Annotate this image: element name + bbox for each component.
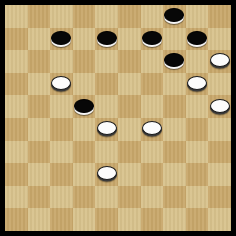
black-man[interactable] [51, 31, 71, 45]
board-square[interactable] [186, 5, 209, 28]
board-square[interactable] [208, 28, 231, 51]
board-square[interactable] [141, 5, 164, 28]
board-square[interactable] [28, 95, 51, 118]
board-square[interactable] [28, 208, 51, 231]
board-square[interactable] [73, 186, 96, 209]
board-square[interactable] [73, 118, 96, 141]
board-square[interactable] [118, 95, 141, 118]
board-square[interactable] [28, 73, 51, 96]
board-square[interactable] [118, 73, 141, 96]
board-square[interactable] [141, 95, 164, 118]
board-square[interactable] [73, 163, 96, 186]
board-square[interactable] [50, 50, 73, 73]
draughts-board-frame [0, 0, 236, 236]
board-square[interactable] [95, 50, 118, 73]
board-square[interactable] [95, 208, 118, 231]
board-square[interactable] [95, 118, 118, 141]
board-square[interactable] [50, 95, 73, 118]
board-square[interactable] [141, 50, 164, 73]
board-square[interactable] [28, 118, 51, 141]
board-square[interactable] [118, 163, 141, 186]
board-square[interactable] [118, 5, 141, 28]
white-man[interactable] [51, 76, 71, 90]
draughts-board [5, 5, 231, 231]
black-man[interactable] [164, 8, 184, 22]
black-man[interactable] [187, 31, 207, 45]
board-square[interactable] [73, 208, 96, 231]
board-square[interactable] [141, 28, 164, 51]
board-square[interactable] [50, 163, 73, 186]
board-square[interactable] [141, 141, 164, 164]
board-square[interactable] [95, 141, 118, 164]
board-square[interactable] [95, 163, 118, 186]
board-square[interactable] [5, 95, 28, 118]
board-square[interactable] [5, 5, 28, 28]
board-square[interactable] [5, 163, 28, 186]
board-square[interactable] [186, 141, 209, 164]
board-square[interactable] [5, 118, 28, 141]
board-square[interactable] [73, 5, 96, 28]
board-square[interactable] [141, 73, 164, 96]
board-square[interactable] [50, 141, 73, 164]
board-square[interactable] [208, 141, 231, 164]
board-square[interactable] [5, 50, 28, 73]
board-square[interactable] [141, 186, 164, 209]
board-square[interactable] [73, 50, 96, 73]
board-square[interactable] [95, 28, 118, 51]
board-square[interactable] [163, 208, 186, 231]
board-square[interactable] [50, 28, 73, 51]
board-square[interactable] [95, 95, 118, 118]
white-man[interactable] [97, 166, 117, 180]
board-square[interactable] [118, 50, 141, 73]
board-square[interactable] [73, 141, 96, 164]
board-square[interactable] [163, 95, 186, 118]
board-square[interactable] [28, 186, 51, 209]
board-square[interactable] [5, 141, 28, 164]
board-square[interactable] [50, 118, 73, 141]
board-square[interactable] [208, 186, 231, 209]
board-square[interactable] [5, 186, 28, 209]
board-square[interactable] [186, 186, 209, 209]
board-square[interactable] [163, 141, 186, 164]
board-square[interactable] [28, 5, 51, 28]
black-man[interactable] [97, 31, 117, 45]
board-square[interactable] [95, 73, 118, 96]
board-square[interactable] [163, 28, 186, 51]
white-man[interactable] [142, 121, 162, 135]
board-square[interactable] [73, 95, 96, 118]
white-man[interactable] [97, 121, 117, 135]
board-square[interactable] [186, 163, 209, 186]
white-man[interactable] [187, 76, 207, 90]
board-square[interactable] [163, 50, 186, 73]
board-square[interactable] [28, 141, 51, 164]
board-square[interactable] [208, 95, 231, 118]
board-square[interactable] [163, 118, 186, 141]
board-square[interactable] [50, 73, 73, 96]
board-square[interactable] [118, 118, 141, 141]
board-square[interactable] [50, 186, 73, 209]
board-square[interactable] [163, 73, 186, 96]
board-square[interactable] [186, 50, 209, 73]
board-square[interactable] [208, 50, 231, 73]
white-man[interactable] [210, 99, 230, 113]
board-square[interactable] [186, 118, 209, 141]
board-square[interactable] [141, 163, 164, 186]
board-square[interactable] [95, 5, 118, 28]
board-square[interactable] [50, 5, 73, 28]
board-square[interactable] [118, 141, 141, 164]
board-square[interactable] [141, 118, 164, 141]
board-square[interactable] [5, 28, 28, 51]
board-square[interactable] [163, 5, 186, 28]
white-man[interactable] [210, 53, 230, 67]
board-square[interactable] [186, 28, 209, 51]
board-square[interactable] [118, 208, 141, 231]
board-square[interactable] [208, 73, 231, 96]
board-square[interactable] [208, 5, 231, 28]
board-square[interactable] [141, 208, 164, 231]
board-square[interactable] [186, 95, 209, 118]
board-square[interactable] [5, 73, 28, 96]
board-square[interactable] [73, 28, 96, 51]
black-man[interactable] [142, 31, 162, 45]
board-square[interactable] [5, 208, 28, 231]
black-man[interactable] [74, 99, 94, 113]
board-square[interactable] [28, 28, 51, 51]
board-square[interactable] [208, 208, 231, 231]
board-square[interactable] [73, 73, 96, 96]
board-square[interactable] [186, 208, 209, 231]
board-square[interactable] [163, 186, 186, 209]
board-square[interactable] [186, 73, 209, 96]
board-square[interactable] [28, 50, 51, 73]
board-square[interactable] [208, 163, 231, 186]
board-square[interactable] [118, 28, 141, 51]
board-square[interactable] [28, 163, 51, 186]
board-square[interactable] [50, 208, 73, 231]
board-square[interactable] [163, 163, 186, 186]
board-square[interactable] [208, 118, 231, 141]
board-square[interactable] [95, 186, 118, 209]
black-man[interactable] [164, 53, 184, 67]
board-square[interactable] [118, 186, 141, 209]
